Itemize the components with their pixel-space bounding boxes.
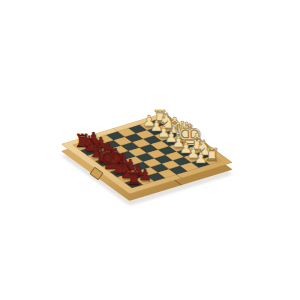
piece-white-king-e1: ♚ <box>177 121 203 150</box>
piece-red-pawn-a7: ♟ <box>87 131 100 146</box>
piece-white-bishop-f1: ♝ <box>187 132 207 154</box>
pieces-layer: ♜♞♝♛♚♝♞♜♟♟♟♟♟♟♟♟♟♟♟♟♟♟♟♟♜♞♝♛♚♝♞♜ <box>0 0 300 300</box>
piece-white-pawn-a2: ♟ <box>142 114 155 129</box>
piece-red-rook-a8: ♜ <box>74 132 90 150</box>
piece-red-knight-g8: ♞ <box>117 161 136 182</box>
piece-white-rook-a1: ♜ <box>152 108 168 126</box>
piece-red-bishop-f8: ♝ <box>109 155 129 177</box>
piece-white-pawn-h2: ♟ <box>194 151 207 166</box>
piece-red-pawn-c7: ♟ <box>101 141 114 156</box>
piece-white-pawn-b2: ♟ <box>150 119 163 134</box>
piece-red-pawn-e7: ♟ <box>116 152 129 167</box>
piece-red-pawn-h7: ♟ <box>138 168 151 183</box>
piece-red-pawn-g7: ♟ <box>131 163 144 178</box>
piece-white-knight-b1: ♞ <box>158 111 177 132</box>
piece-red-knight-b8: ♞ <box>80 135 99 156</box>
piece-white-pawn-c2: ♟ <box>157 125 170 140</box>
piece-red-rook-h8: ♜ <box>126 169 142 187</box>
piece-red-pawn-f7: ♟ <box>124 158 137 173</box>
piece-red-king-e8: ♚ <box>99 144 125 173</box>
piece-white-knight-g1: ♞ <box>195 138 214 159</box>
piece-white-pawn-d2: ♟ <box>164 130 177 145</box>
piece-white-pawn-g2: ♟ <box>187 146 200 161</box>
piece-red-pawn-b7: ♟ <box>94 136 107 151</box>
piece-white-bishop-c1: ♝ <box>165 116 185 138</box>
piece-red-queen-d8: ♛ <box>93 141 116 167</box>
piece-white-pawn-f2: ♟ <box>179 141 192 156</box>
piece-red-pawn-d7: ♟ <box>109 147 122 162</box>
piece-white-pawn-e2: ♟ <box>172 135 185 150</box>
chess-set-photo: ♜♞♝♛♚♝♞♜♟♟♟♟♟♟♟♟♟♟♟♟♟♟♟♟♜♞♝♛♚♝♞♜ <box>0 0 300 300</box>
piece-red-bishop-c8: ♝ <box>87 139 107 161</box>
piece-white-queen-d1: ♛ <box>171 118 194 144</box>
piece-white-rook-h1: ♜ <box>204 146 220 164</box>
